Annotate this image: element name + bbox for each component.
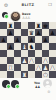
square-h5[interactable] xyxy=(49,43,56,50)
square-g3[interactable]: ♟ xyxy=(42,57,49,64)
square-f7[interactable]: ♟ xyxy=(35,29,42,36)
white-pawn-g3: ♟ xyxy=(42,57,49,64)
square-a4[interactable] xyxy=(0,50,7,57)
player-info-row: You ♟♟ ⚙ xyxy=(0,78,56,100)
square-a5[interactable] xyxy=(0,43,7,50)
black-pawn-a6: ♟ xyxy=(0,36,7,43)
square-f2[interactable]: ♟ xyxy=(35,64,42,71)
black-rook-f8: ♜ xyxy=(35,22,42,29)
square-e7[interactable]: ♛ xyxy=(28,29,35,36)
square-e2[interactable] xyxy=(28,64,35,71)
white-rook-b2: ♜ xyxy=(7,64,14,71)
square-e8[interactable] xyxy=(28,22,35,29)
square-h3[interactable] xyxy=(49,57,56,64)
square-h1[interactable] xyxy=(49,71,56,78)
square-a1[interactable] xyxy=(0,71,7,78)
online-status-dot xyxy=(4,14,9,19)
square-f8[interactable]: ♜ xyxy=(35,22,42,29)
square-b1[interactable] xyxy=(7,71,14,78)
square-h4[interactable] xyxy=(49,50,56,57)
white-pawn-d3: ♟ xyxy=(21,57,28,64)
square-c1[interactable] xyxy=(14,71,21,78)
square-c5[interactable] xyxy=(14,43,21,50)
small-gear-icon[interactable]: ⚙ xyxy=(47,90,50,94)
black-knight-e5: ♞ xyxy=(28,43,35,50)
black-pawn-f7: ♟ xyxy=(35,29,42,36)
avatar-silhouette-body xyxy=(45,85,51,89)
square-a2[interactable] xyxy=(0,64,7,71)
white-pawn-e3: ♟ xyxy=(28,57,35,64)
square-c6[interactable]: ♟ xyxy=(14,36,21,43)
square-b5[interactable]: ♟ xyxy=(7,43,14,50)
square-a6[interactable]: ♟ xyxy=(0,36,7,43)
black-pawn-b5: ♟ xyxy=(7,43,14,50)
opponent-captured-pieces: ♙♙♙ xyxy=(22,16,30,20)
player-captured-pieces: ♟♟ xyxy=(35,85,40,89)
square-b2[interactable]: ♜ xyxy=(7,64,14,71)
flip-board-icon[interactable]: ❐ xyxy=(47,2,53,8)
online-status-dot xyxy=(6,84,11,89)
square-g4[interactable] xyxy=(42,50,49,57)
square-d6[interactable] xyxy=(21,36,28,43)
square-f6[interactable] xyxy=(35,36,42,43)
square-c2[interactable] xyxy=(14,64,21,71)
online-status-dot xyxy=(15,84,20,89)
black-queen-e7: ♛ xyxy=(28,29,35,36)
square-f5[interactable] xyxy=(35,43,42,50)
white-pawn-g2: ♟ xyxy=(42,64,49,71)
white-rook-d1: ♜ xyxy=(21,71,28,78)
square-a8[interactable] xyxy=(0,22,7,29)
chess-board: ♜♜♚♟♛♟♟♟♟♟♟♟♝♞♟♟♟♜♟♟♟♜♚ xyxy=(0,22,56,78)
black-pawn-c6: ♟ xyxy=(14,36,21,43)
square-g7[interactable] xyxy=(42,29,49,36)
square-d5[interactable]: ♝ xyxy=(21,43,28,50)
black-pawn-e6: ♟ xyxy=(28,36,35,43)
top-bar: ⚙ BLITZ ❐ xyxy=(0,0,56,10)
square-e6[interactable]: ♟ xyxy=(28,36,35,43)
square-e1[interactable] xyxy=(28,71,35,78)
square-g5[interactable] xyxy=(42,43,49,50)
square-e3[interactable]: ♟ xyxy=(28,57,35,64)
square-a7[interactable] xyxy=(0,29,7,36)
opponent-color-indicator xyxy=(2,12,8,18)
square-b7[interactable]: ♟ xyxy=(7,29,14,36)
square-d2[interactable] xyxy=(21,64,28,71)
square-f1[interactable] xyxy=(35,71,42,78)
black-pawn-h7: ♟ xyxy=(49,29,56,36)
player-token-button-2[interactable] xyxy=(11,80,19,88)
black-king-g8: ♚ xyxy=(42,22,49,29)
square-b3[interactable] xyxy=(7,57,14,64)
white-pawn-f2: ♟ xyxy=(35,64,42,71)
square-f4[interactable] xyxy=(35,50,42,57)
black-rook-b8: ♜ xyxy=(7,22,14,29)
opponent-info-row: Dave ♙♙♙ xyxy=(0,10,56,21)
square-h2[interactable]: ♟ xyxy=(49,64,56,71)
square-d7[interactable] xyxy=(21,29,28,36)
square-d1[interactable]: ♜ xyxy=(21,71,28,78)
white-bishop-d5: ♝ xyxy=(21,43,28,50)
white-pawn-h2: ♟ xyxy=(49,64,56,71)
square-b8[interactable]: ♜ xyxy=(7,22,14,29)
square-g2[interactable]: ♟ xyxy=(42,64,49,71)
square-c3[interactable] xyxy=(14,57,21,64)
white-king-g1: ♚ xyxy=(42,71,49,78)
square-d4[interactable] xyxy=(21,50,28,57)
square-a3[interactable] xyxy=(0,57,7,64)
square-c4[interactable] xyxy=(14,50,21,57)
square-c7[interactable] xyxy=(14,29,21,36)
square-c8[interactable] xyxy=(14,22,21,29)
player-token-button-1[interactable] xyxy=(2,80,10,88)
square-f3[interactable] xyxy=(35,57,42,64)
square-g6[interactable]: ♟ xyxy=(42,36,49,43)
square-g1[interactable]: ♚ xyxy=(42,71,49,78)
chess-app: ⚙ BLITZ ❐ Dave ♙♙♙ ♜♜♚♟♛♟♟♟♟♟♟♟♝♞♟♟♟♜♟♟♟… xyxy=(0,0,56,100)
square-g8[interactable]: ♚ xyxy=(42,22,49,29)
square-h7[interactable]: ♟ xyxy=(49,29,56,36)
square-h6[interactable] xyxy=(49,36,56,43)
square-e4[interactable] xyxy=(28,50,35,57)
square-b4[interactable] xyxy=(7,50,14,57)
square-d8[interactable] xyxy=(21,22,28,29)
black-pawn-b7: ♟ xyxy=(7,29,14,36)
avatar-silhouette-head xyxy=(46,81,49,84)
black-pawn-g6: ♟ xyxy=(42,36,49,43)
square-d3[interactable]: ♟ xyxy=(21,57,28,64)
square-e5[interactable]: ♞ xyxy=(28,43,35,50)
player-avatar[interactable] xyxy=(43,79,52,88)
square-b6[interactable] xyxy=(7,36,14,43)
opponent-avatar[interactable] xyxy=(10,11,21,22)
square-h8[interactable] xyxy=(49,22,56,29)
